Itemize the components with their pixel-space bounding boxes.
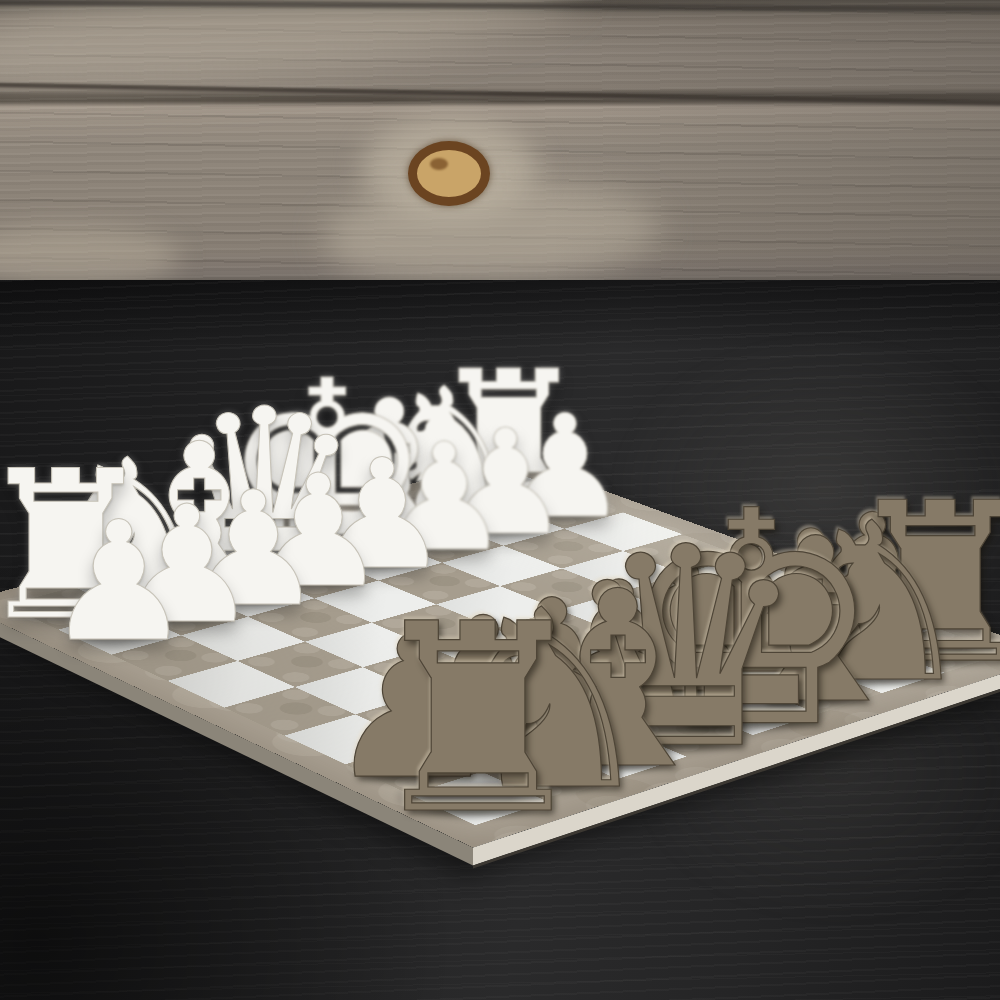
wall-shading-right [550, 0, 1000, 284]
wood-knot [408, 141, 490, 206]
background-wall [0, 0, 1000, 284]
wood-knot-core [430, 158, 448, 170]
scene-photo: ♜♞♝♛♚♝♞♜♟♟♟♟♟♟♟♟♟♟♟♟♟♟♟♟♜♞♝♛♚♝♞♜ [0, 0, 1000, 1000]
